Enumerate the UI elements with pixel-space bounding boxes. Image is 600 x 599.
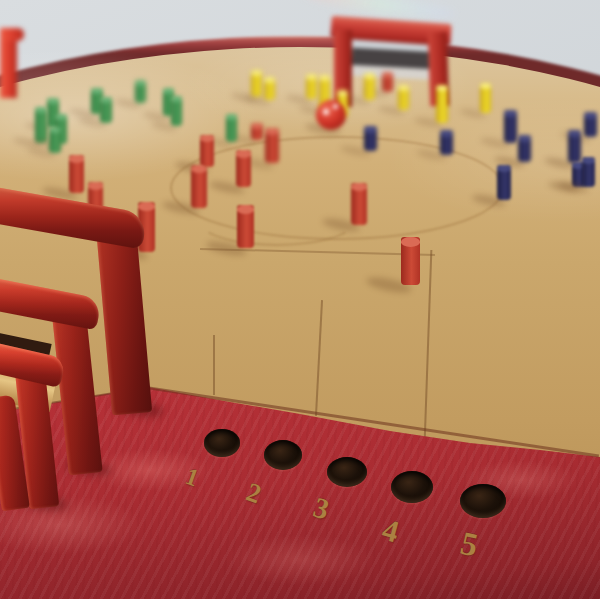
near-goal-outer-post <box>96 223 152 416</box>
near-goal-outer-crossbar <box>0 187 148 250</box>
near-goal-middle-crossbar <box>0 278 102 331</box>
near-goal <box>0 0 600 599</box>
near-goal-middle-post <box>51 305 102 476</box>
photo-stage: 12345 <box>0 0 600 599</box>
